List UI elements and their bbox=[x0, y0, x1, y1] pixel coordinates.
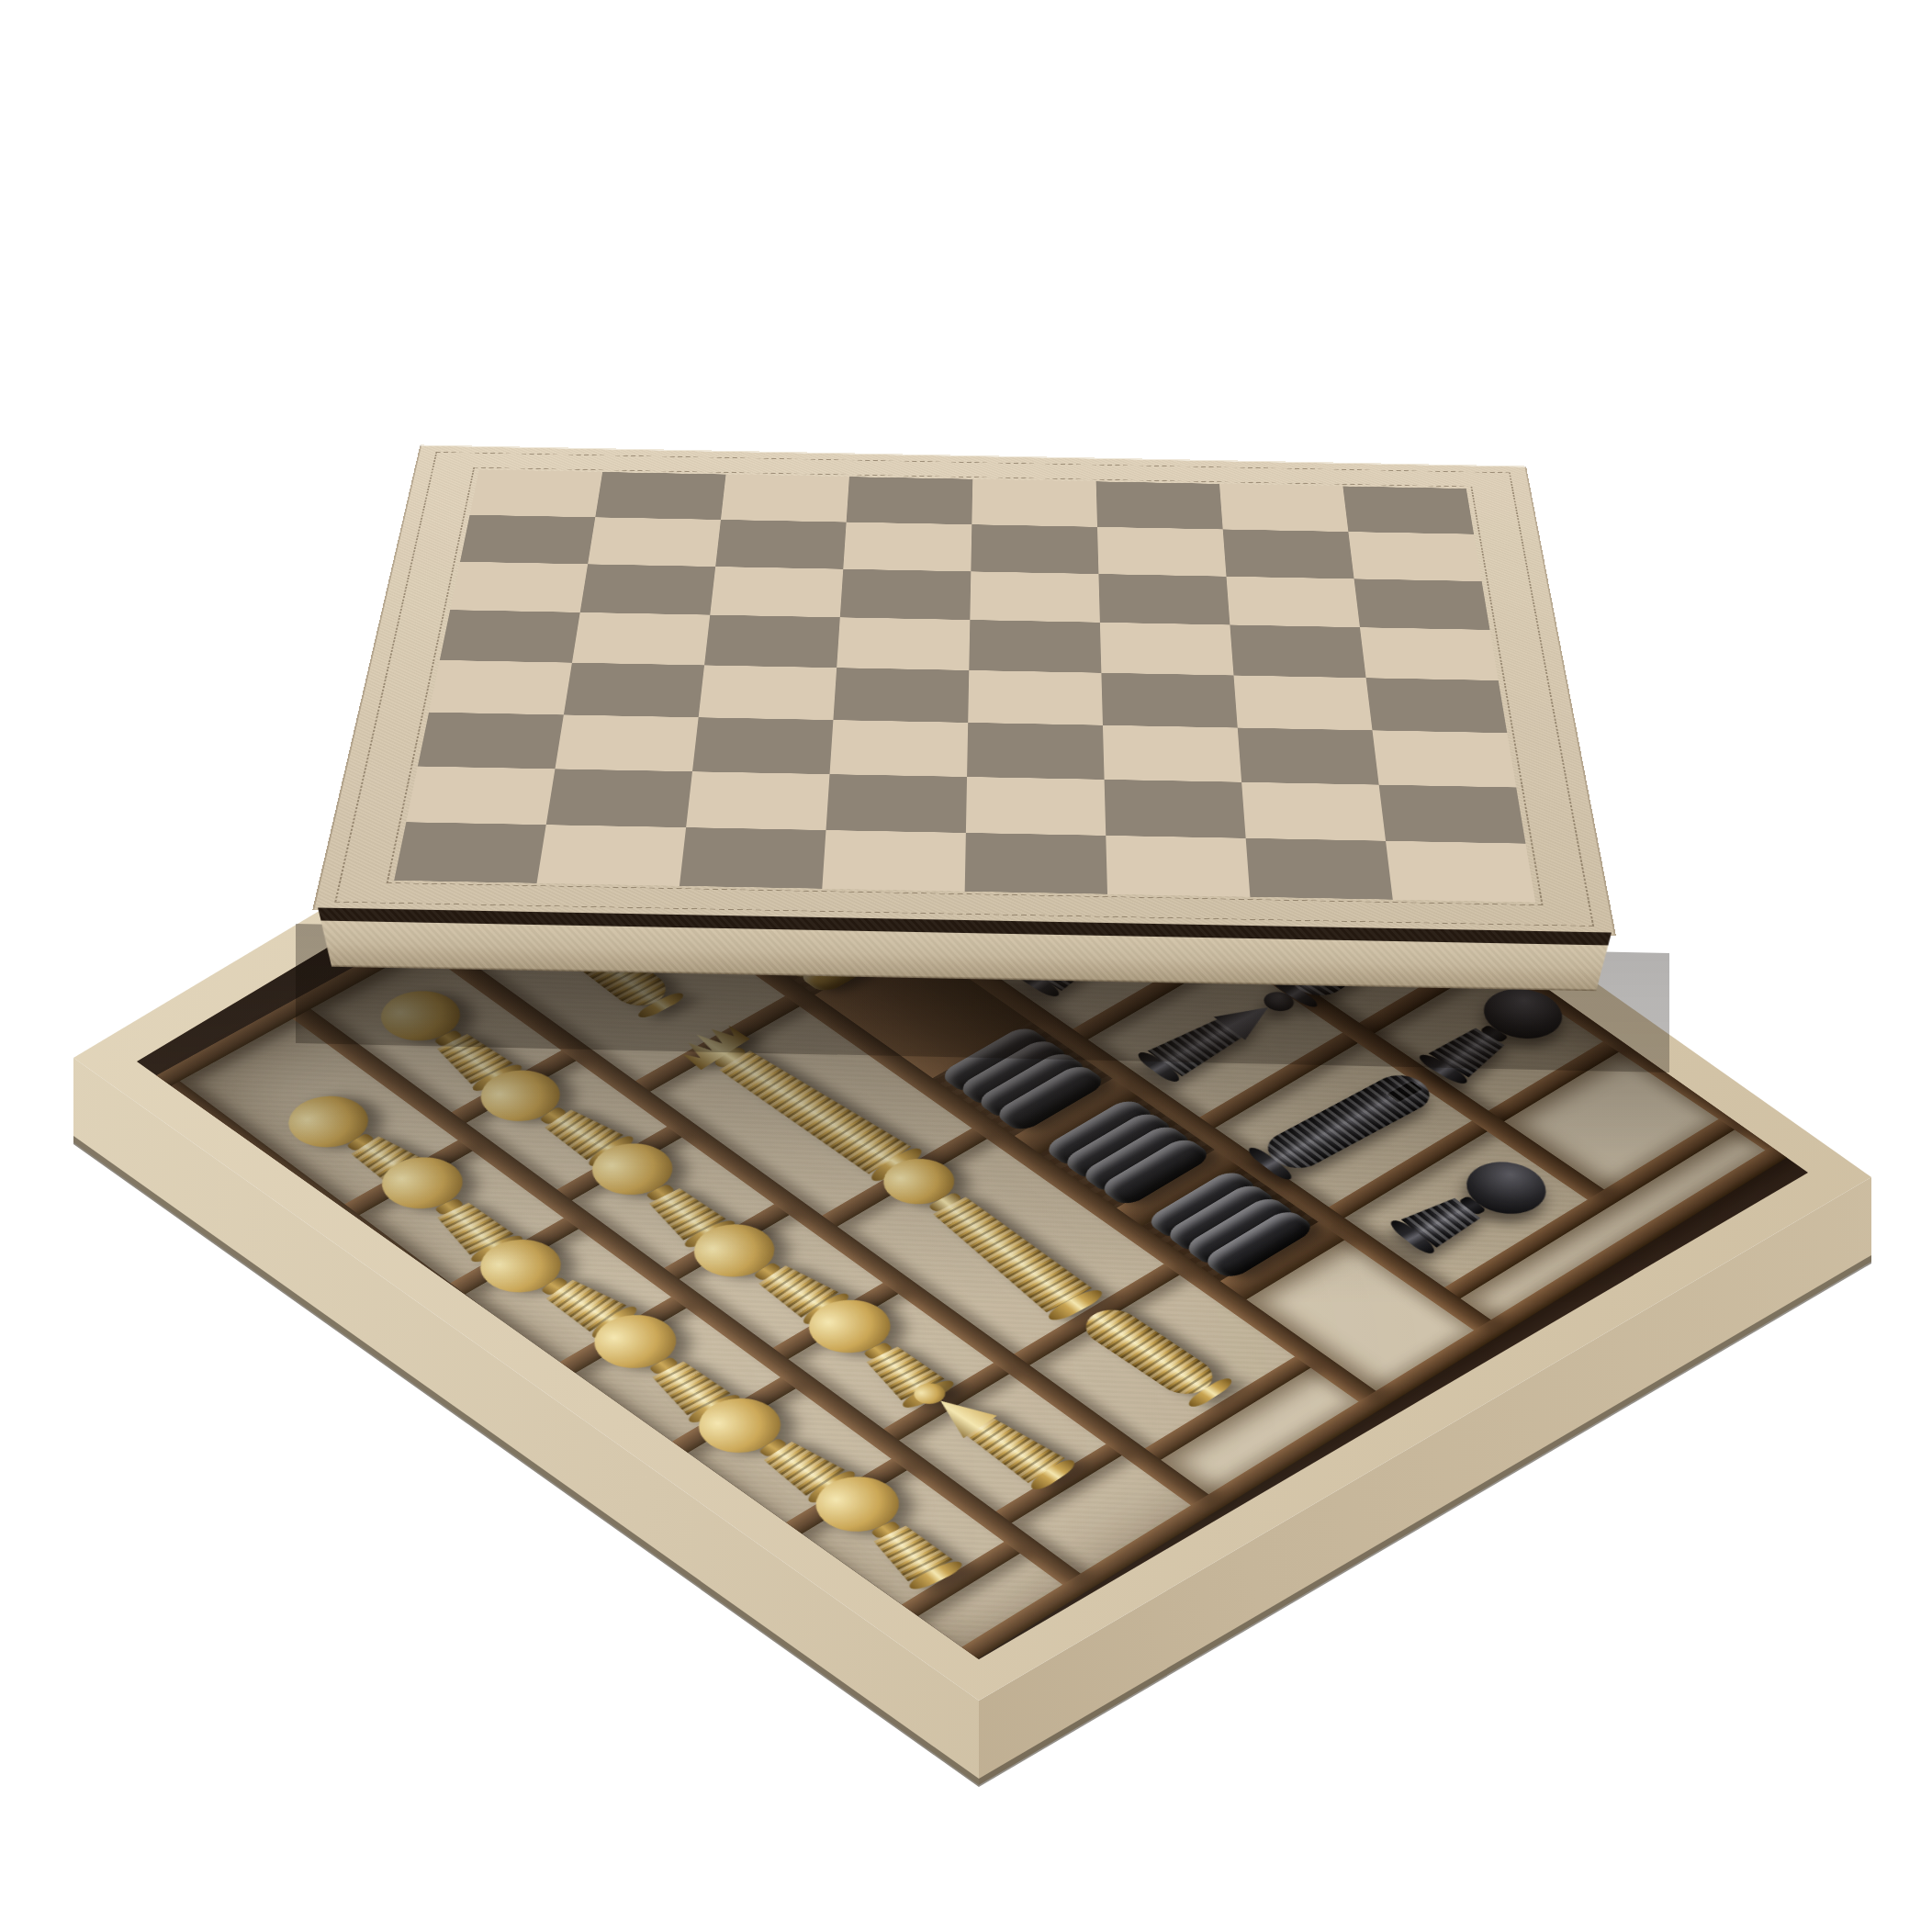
board-square-a3 bbox=[418, 713, 564, 769]
board-square-h6 bbox=[1354, 578, 1490, 630]
board-square-e6 bbox=[970, 571, 1100, 623]
board-square-h3 bbox=[1372, 730, 1516, 787]
board-square-f1 bbox=[1106, 836, 1250, 897]
board-square-f6 bbox=[1098, 574, 1230, 625]
turned-cylinder-piece bbox=[1074, 1302, 1223, 1401]
board-square-a2 bbox=[406, 766, 555, 825]
board-square-g3 bbox=[1238, 727, 1379, 784]
board-square-h1 bbox=[1386, 841, 1535, 903]
board-square-e8 bbox=[972, 479, 1097, 527]
board-square-b4 bbox=[564, 663, 704, 718]
board-square-b6 bbox=[580, 564, 716, 614]
board-square-a8 bbox=[470, 469, 603, 517]
board-square-f5 bbox=[1100, 623, 1234, 676]
board-square-h7 bbox=[1348, 532, 1481, 581]
board-square-g2 bbox=[1241, 782, 1386, 841]
board-square-b7 bbox=[588, 517, 721, 567]
board-square-c7 bbox=[715, 520, 846, 569]
board-square-b2 bbox=[546, 769, 692, 827]
board-square-g8 bbox=[1219, 484, 1348, 532]
board-square-d5 bbox=[837, 617, 970, 670]
board-square-b3 bbox=[555, 714, 698, 771]
rook-notch bbox=[1387, 1081, 1422, 1102]
board-square-a1 bbox=[394, 822, 546, 882]
board-square-f3 bbox=[1103, 725, 1241, 782]
board-square-a7 bbox=[460, 515, 595, 565]
chessboard-squares bbox=[394, 469, 1535, 902]
gold-bishop bbox=[887, 1365, 1103, 1509]
board-square-g6 bbox=[1226, 577, 1359, 628]
board-square-e3 bbox=[967, 723, 1105, 780]
board-square-d7 bbox=[843, 522, 972, 571]
board-square-f7 bbox=[1097, 527, 1226, 577]
board-square-f4 bbox=[1101, 673, 1237, 728]
board-square-c3 bbox=[692, 717, 833, 774]
board-square-c2 bbox=[686, 771, 829, 830]
board-square-c1 bbox=[680, 827, 826, 889]
board-square-e2 bbox=[966, 777, 1106, 836]
board-square-d6 bbox=[840, 569, 972, 621]
board-square-h5 bbox=[1360, 627, 1499, 680]
board-square-g7 bbox=[1223, 529, 1354, 578]
product-photo-chess-draughts-box: ◆pinetti bbox=[0, 0, 1932, 1932]
board-square-d8 bbox=[847, 477, 973, 524]
board-square-e4 bbox=[968, 670, 1103, 725]
board-square-c5 bbox=[704, 615, 840, 668]
board-square-f8 bbox=[1096, 481, 1223, 529]
board-square-e7 bbox=[971, 524, 1098, 574]
board-square-d3 bbox=[830, 720, 969, 777]
board-square-c4 bbox=[699, 665, 837, 720]
board-square-g1 bbox=[1246, 838, 1393, 900]
board-square-g4 bbox=[1234, 675, 1373, 730]
board-square-d1 bbox=[822, 830, 966, 892]
board-square-g5 bbox=[1230, 625, 1365, 679]
board-square-d2 bbox=[826, 774, 967, 833]
chessboard bbox=[312, 444, 1616, 935]
board-square-c8 bbox=[721, 475, 849, 522]
board-square-b8 bbox=[595, 472, 725, 520]
board-square-h2 bbox=[1379, 784, 1526, 843]
board-square-b5 bbox=[572, 612, 710, 665]
queen-body bbox=[927, 1194, 1092, 1312]
board-square-f2 bbox=[1105, 780, 1246, 838]
board-square-a4 bbox=[429, 660, 572, 714]
board-square-e5 bbox=[969, 620, 1101, 673]
board-square-e1 bbox=[965, 833, 1107, 894]
board-square-h8 bbox=[1342, 486, 1474, 534]
board-square-a6 bbox=[450, 562, 588, 612]
board-square-b1 bbox=[537, 825, 687, 885]
board-square-h4 bbox=[1366, 678, 1508, 733]
king-body bbox=[713, 1047, 911, 1174]
board-square-d4 bbox=[833, 668, 969, 723]
board-square-c6 bbox=[710, 567, 843, 618]
board-square-a5 bbox=[440, 610, 580, 662]
